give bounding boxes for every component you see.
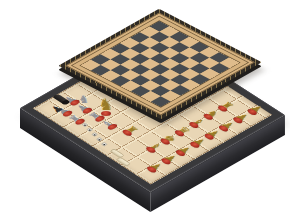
ivory-piece [116, 156, 132, 166]
die [101, 142, 108, 146]
tray-chessman-silver: ♝ [95, 116, 119, 131]
tray-chessman-gold: ♝ [144, 139, 168, 153]
die [96, 137, 103, 141]
die [86, 127, 93, 131]
die [81, 122, 88, 126]
tray-chessman-gold: ♜ [120, 122, 144, 136]
tray-chessman-gold: ♟ [145, 159, 169, 173]
chess-set-photo: ♟♟♟♟♟♟♟♟♜♞♝♛♚♝♜♟♟♜♝♟♜♟ ♞♞ [0, 0, 290, 223]
die [91, 132, 98, 136]
